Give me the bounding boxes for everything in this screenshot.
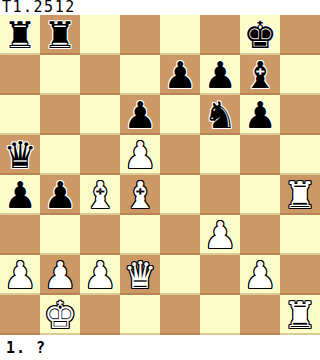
square-a2[interactable]: ♟ <box>0 255 40 295</box>
square-a7[interactable] <box>0 55 40 95</box>
square-e4[interactable] <box>160 175 200 215</box>
square-g7[interactable]: ♝ <box>240 55 280 95</box>
square-b6[interactable] <box>40 95 80 135</box>
square-f7[interactable]: ♟ <box>200 55 240 95</box>
square-e5[interactable] <box>160 135 200 175</box>
square-g4[interactable] <box>240 175 280 215</box>
square-e8[interactable] <box>160 15 200 55</box>
square-b5[interactable] <box>40 135 80 175</box>
piece-black-rook[interactable]: ♜ <box>40 15 80 55</box>
square-h5[interactable] <box>280 135 320 175</box>
square-a6[interactable] <box>0 95 40 135</box>
square-c6[interactable] <box>80 95 120 135</box>
square-c4[interactable]: ♝ <box>80 175 120 215</box>
square-c1[interactable] <box>80 295 120 335</box>
piece-black-pawn[interactable]: ♟ <box>240 95 280 135</box>
square-h8[interactable] <box>280 15 320 55</box>
square-f3[interactable]: ♟ <box>200 215 240 255</box>
square-h1[interactable]: ♜ <box>280 295 320 335</box>
square-e3[interactable] <box>160 215 200 255</box>
square-d4[interactable]: ♝ <box>120 175 160 215</box>
piece-white-pawn[interactable]: ♟ <box>0 255 40 295</box>
square-d2[interactable]: ♛ <box>120 255 160 295</box>
square-g3[interactable] <box>240 215 280 255</box>
square-a1[interactable] <box>0 295 40 335</box>
square-g8[interactable]: ♚ <box>240 15 280 55</box>
square-f4[interactable] <box>200 175 240 215</box>
piece-white-pawn[interactable]: ♟ <box>120 135 160 175</box>
piece-black-pawn[interactable]: ♟ <box>160 55 200 95</box>
square-d8[interactable] <box>120 15 160 55</box>
square-a5[interactable]: ♛ <box>0 135 40 175</box>
square-h2[interactable] <box>280 255 320 295</box>
piece-black-pawn[interactable]: ♟ <box>200 55 240 95</box>
piece-white-rook[interactable]: ♜ <box>280 295 320 335</box>
square-a4[interactable]: ♟ <box>0 175 40 215</box>
square-b3[interactable] <box>40 215 80 255</box>
square-d1[interactable] <box>120 295 160 335</box>
square-d3[interactable] <box>120 215 160 255</box>
piece-black-pawn[interactable]: ♟ <box>0 175 40 215</box>
square-h3[interactable] <box>280 215 320 255</box>
square-a8[interactable]: ♜ <box>0 15 40 55</box>
square-g1[interactable] <box>240 295 280 335</box>
piece-white-rook[interactable]: ♜ <box>280 175 320 215</box>
piece-black-pawn[interactable]: ♟ <box>120 95 160 135</box>
chess-puzzle-screen: T1.2512 ♜♜♚♟♟♝♟♞♟♛♟♟♟♝♝♜♟♟♟♟♛♟♚♜ 1. ? <box>0 0 320 360</box>
square-c7[interactable] <box>80 55 120 95</box>
piece-white-king[interactable]: ♚ <box>40 295 80 335</box>
square-d7[interactable] <box>120 55 160 95</box>
chess-board: ♜♜♚♟♟♝♟♞♟♛♟♟♟♝♝♜♟♟♟♟♛♟♚♜ <box>0 15 320 335</box>
piece-black-bishop[interactable]: ♝ <box>240 55 280 95</box>
square-b4[interactable]: ♟ <box>40 175 80 215</box>
piece-black-rook[interactable]: ♜ <box>0 15 40 55</box>
square-b8[interactable]: ♜ <box>40 15 80 55</box>
square-c8[interactable] <box>80 15 120 55</box>
square-f8[interactable] <box>200 15 240 55</box>
square-d6[interactable]: ♟ <box>120 95 160 135</box>
square-e2[interactable] <box>160 255 200 295</box>
square-f5[interactable] <box>200 135 240 175</box>
piece-white-bishop[interactable]: ♝ <box>120 175 160 215</box>
piece-white-queen[interactable]: ♛ <box>120 255 160 295</box>
square-f2[interactable] <box>200 255 240 295</box>
square-e1[interactable] <box>160 295 200 335</box>
square-f6[interactable]: ♞ <box>200 95 240 135</box>
move-prompt: 1. ? <box>6 339 46 359</box>
square-e7[interactable]: ♟ <box>160 55 200 95</box>
square-g2[interactable]: ♟ <box>240 255 280 295</box>
piece-white-pawn[interactable]: ♟ <box>200 215 240 255</box>
square-c2[interactable]: ♟ <box>80 255 120 295</box>
piece-black-king[interactable]: ♚ <box>240 15 280 55</box>
puzzle-id: T1.2512 <box>2 0 76 15</box>
square-h7[interactable] <box>280 55 320 95</box>
square-g5[interactable] <box>240 135 280 175</box>
square-h4[interactable]: ♜ <box>280 175 320 215</box>
piece-white-pawn[interactable]: ♟ <box>40 255 80 295</box>
square-a3[interactable] <box>0 215 40 255</box>
square-c5[interactable] <box>80 135 120 175</box>
piece-white-pawn[interactable]: ♟ <box>240 255 280 295</box>
square-b2[interactable]: ♟ <box>40 255 80 295</box>
square-f1[interactable] <box>200 295 240 335</box>
piece-black-queen[interactable]: ♛ <box>0 135 40 175</box>
square-g6[interactable]: ♟ <box>240 95 280 135</box>
square-c3[interactable] <box>80 215 120 255</box>
piece-white-pawn[interactable]: ♟ <box>80 255 120 295</box>
piece-black-knight[interactable]: ♞ <box>200 95 240 135</box>
square-h6[interactable] <box>280 95 320 135</box>
square-e6[interactable] <box>160 95 200 135</box>
square-b1[interactable]: ♚ <box>40 295 80 335</box>
square-b7[interactable] <box>40 55 80 95</box>
piece-black-pawn[interactable]: ♟ <box>40 175 80 215</box>
square-d5[interactable]: ♟ <box>120 135 160 175</box>
piece-white-bishop[interactable]: ♝ <box>80 175 120 215</box>
